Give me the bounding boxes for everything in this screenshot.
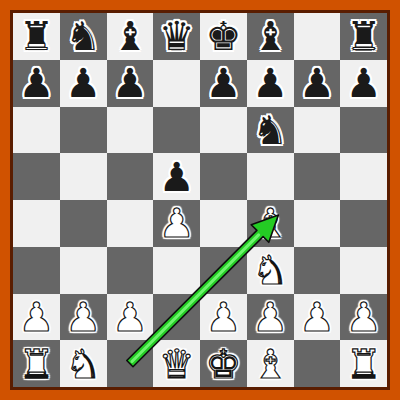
square-a6[interactable] [13,107,60,154]
square-f3[interactable]: ♞ [247,247,294,294]
piece-white-king[interactable]: ♚ [205,344,241,384]
square-h2[interactable]: ♟ [340,294,387,341]
square-b1[interactable]: ♞ [60,340,107,387]
piece-white-pawn[interactable]: ♟ [346,297,382,337]
square-b2[interactable]: ♟ [60,294,107,341]
square-g3[interactable] [294,247,341,294]
square-f5[interactable] [247,153,294,200]
square-e8[interactable]: ♚ [200,13,247,60]
piece-black-queen[interactable]: ♛ [159,16,195,56]
piece-black-pawn[interactable]: ♟ [346,63,382,103]
square-h4[interactable] [340,200,387,247]
square-a8[interactable]: ♜ [13,13,60,60]
square-c4[interactable] [107,200,154,247]
square-c6[interactable] [107,107,154,154]
piece-black-pawn[interactable]: ♟ [252,63,288,103]
square-a4[interactable] [13,200,60,247]
square-c8[interactable]: ♝ [107,13,154,60]
board-outline: ♜♞♝♛♚♝♜♟♟♟♟♟♟♟♞♟♟♝♞♟♟♟♟♟♟♟♜♞♛♚♝♜ [10,10,390,390]
square-e1[interactable]: ♚ [200,340,247,387]
square-a3[interactable] [13,247,60,294]
square-d1[interactable]: ♛ [153,340,200,387]
chess-board[interactable]: ♜♞♝♛♚♝♜♟♟♟♟♟♟♟♞♟♟♝♞♟♟♟♟♟♟♟♜♞♛♚♝♜ [13,13,387,387]
piece-black-rook[interactable]: ♜ [346,16,382,56]
square-d4[interactable]: ♟ [153,200,200,247]
piece-white-pawn[interactable]: ♟ [299,297,335,337]
piece-white-pawn[interactable]: ♟ [159,203,195,243]
piece-black-pawn[interactable]: ♟ [65,63,101,103]
piece-black-bishop[interactable]: ♝ [112,16,148,56]
square-c7[interactable]: ♟ [107,60,154,107]
square-d3[interactable] [153,247,200,294]
square-g7[interactable]: ♟ [294,60,341,107]
piece-white-rook[interactable]: ♜ [346,344,382,384]
piece-black-knight[interactable]: ♞ [252,110,288,150]
piece-black-bishop[interactable]: ♝ [252,16,288,56]
square-c5[interactable] [107,153,154,200]
square-b7[interactable]: ♟ [60,60,107,107]
piece-black-pawn[interactable]: ♟ [159,157,195,197]
square-b5[interactable] [60,153,107,200]
piece-black-pawn[interactable]: ♟ [205,63,241,103]
piece-black-pawn[interactable]: ♟ [18,63,54,103]
piece-white-pawn[interactable]: ♟ [205,297,241,337]
piece-white-knight[interactable]: ♞ [252,250,288,290]
square-g5[interactable] [294,153,341,200]
square-h7[interactable]: ♟ [340,60,387,107]
square-e7[interactable]: ♟ [200,60,247,107]
square-d7[interactable] [153,60,200,107]
square-g4[interactable] [294,200,341,247]
square-f2[interactable]: ♟ [247,294,294,341]
square-b4[interactable] [60,200,107,247]
piece-black-pawn[interactable]: ♟ [299,63,335,103]
piece-white-rook[interactable]: ♜ [18,344,54,384]
square-d2[interactable] [153,294,200,341]
square-a5[interactable] [13,153,60,200]
square-b8[interactable]: ♞ [60,13,107,60]
square-e2[interactable]: ♟ [200,294,247,341]
piece-white-pawn[interactable]: ♟ [18,297,54,337]
piece-white-pawn[interactable]: ♟ [112,297,148,337]
square-d8[interactable]: ♛ [153,13,200,60]
piece-black-knight[interactable]: ♞ [65,16,101,56]
square-b6[interactable] [60,107,107,154]
square-e6[interactable] [200,107,247,154]
square-a2[interactable]: ♟ [13,294,60,341]
board-frame: ♜♞♝♛♚♝♜♟♟♟♟♟♟♟♞♟♟♝♞♟♟♟♟♟♟♟♜♞♛♚♝♜ [0,0,400,400]
square-f8[interactable]: ♝ [247,13,294,60]
piece-white-knight[interactable]: ♞ [65,344,101,384]
square-b3[interactable] [60,247,107,294]
square-a1[interactable]: ♜ [13,340,60,387]
square-f4[interactable]: ♝ [247,200,294,247]
square-f7[interactable]: ♟ [247,60,294,107]
square-a7[interactable]: ♟ [13,60,60,107]
square-h3[interactable] [340,247,387,294]
piece-white-bishop[interactable]: ♝ [252,203,288,243]
square-g2[interactable]: ♟ [294,294,341,341]
piece-black-rook[interactable]: ♜ [18,16,54,56]
piece-black-king[interactable]: ♚ [205,16,241,56]
square-e3[interactable] [200,247,247,294]
square-c1[interactable] [107,340,154,387]
square-g8[interactable] [294,13,341,60]
piece-white-bishop[interactable]: ♝ [252,344,288,384]
square-h6[interactable] [340,107,387,154]
square-e5[interactable] [200,153,247,200]
square-d5[interactable]: ♟ [153,153,200,200]
square-c2[interactable]: ♟ [107,294,154,341]
piece-white-pawn[interactable]: ♟ [252,297,288,337]
piece-white-queen[interactable]: ♛ [159,344,195,384]
square-g1[interactable] [294,340,341,387]
square-g6[interactable] [294,107,341,154]
square-d6[interactable] [153,107,200,154]
square-f1[interactable]: ♝ [247,340,294,387]
square-f6[interactable]: ♞ [247,107,294,154]
square-e4[interactable] [200,200,247,247]
square-c3[interactable] [107,247,154,294]
piece-white-pawn[interactable]: ♟ [65,297,101,337]
square-h5[interactable] [340,153,387,200]
piece-black-pawn[interactable]: ♟ [112,63,148,103]
square-h8[interactable]: ♜ [340,13,387,60]
square-h1[interactable]: ♜ [340,340,387,387]
